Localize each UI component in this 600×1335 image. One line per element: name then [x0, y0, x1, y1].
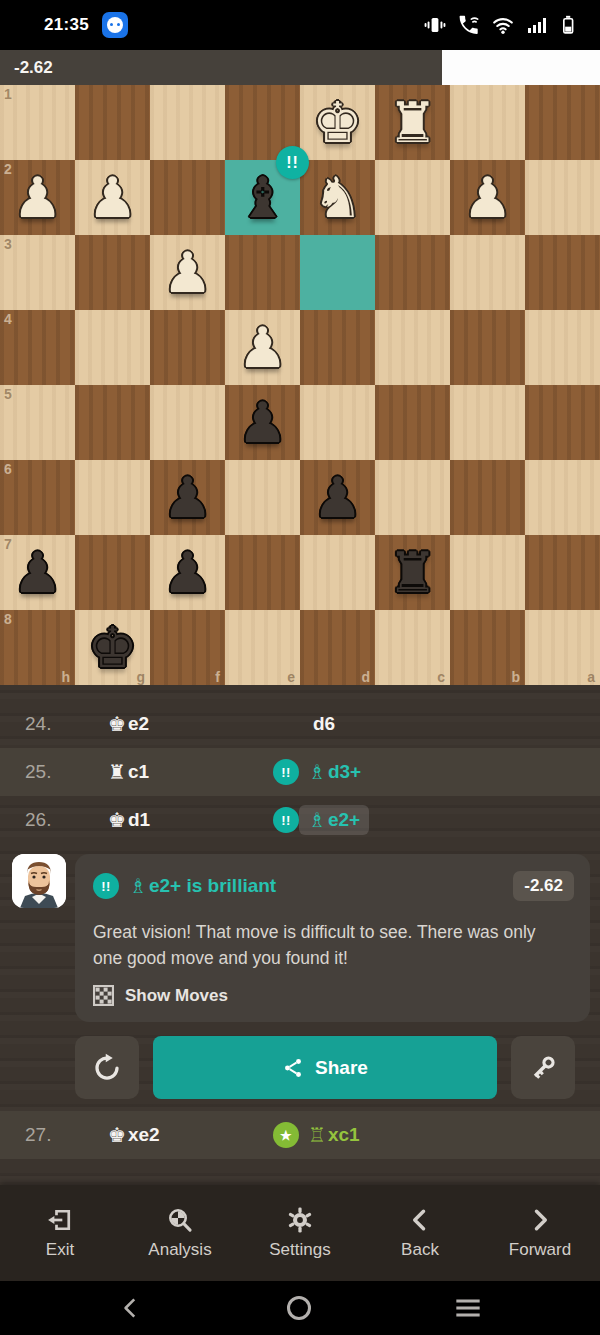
square-a2[interactable] — [525, 160, 600, 235]
square-b2[interactable]: ♟ — [450, 160, 525, 235]
file-label: f — [215, 669, 220, 685]
piece-wN-d2[interactable]: ♞ — [312, 170, 362, 226]
square-h5[interactable]: 5 — [0, 385, 75, 460]
square-h6[interactable]: 6 — [0, 460, 75, 535]
white-move[interactable]: ♚xe2 — [108, 1123, 160, 1147]
rank-label: 8 — [4, 611, 12, 627]
brilliant-badge: !! — [93, 873, 119, 899]
square-h4[interactable]: 4 — [0, 310, 75, 385]
piece-wK-d1[interactable]: ♚ — [312, 95, 362, 151]
square-e7[interactable] — [225, 535, 300, 610]
square-h8[interactable]: 8h — [0, 610, 75, 685]
piece-wP-f3[interactable]: ♟ — [162, 245, 212, 301]
piece-bR-c7[interactable]: ♜ — [387, 545, 437, 601]
brilliant-move-badge: !! — [273, 807, 299, 833]
square-e5[interactable]: ♟ — [225, 385, 300, 460]
move-row-26: 26.♚d1!!♗e2+ — [0, 796, 600, 844]
square-c6[interactable] — [375, 460, 450, 535]
piece-bB-e2[interactable]: ♝ — [237, 170, 287, 226]
app-icon — [102, 12, 128, 38]
move-number: 26. — [25, 809, 51, 831]
action-buttons: Share — [0, 1036, 600, 1099]
white-move[interactable]: ♜c1 — [108, 760, 149, 784]
square-c8[interactable]: c — [375, 610, 450, 685]
square-f7[interactable]: ♟ — [150, 535, 225, 610]
move-row-24: 24.♚e2d6 — [0, 700, 600, 748]
android-nav — [0, 1281, 600, 1335]
square-d1[interactable]: ♚ — [300, 85, 375, 160]
file-label: b — [511, 669, 520, 685]
square-e4[interactable]: ♟ — [225, 310, 300, 385]
rank-label: 1 — [4, 86, 12, 102]
black-move[interactable]: ★♖xc1 — [273, 1122, 360, 1148]
square-g2[interactable]: ♟ — [75, 160, 150, 235]
square-g8[interactable]: g♚ — [75, 610, 150, 685]
nav-item-back[interactable]: Back — [360, 1185, 480, 1281]
square-a1[interactable] — [525, 85, 600, 160]
analysis-headline: ♗e2+ is brilliant — [129, 874, 276, 898]
square-d8[interactable]: d — [300, 610, 375, 685]
square-h2[interactable]: 2♟ — [0, 160, 75, 235]
piece-wP-g2[interactable]: ♟ — [87, 170, 137, 226]
square-f2[interactable] — [150, 160, 225, 235]
square-f3[interactable]: ♟ — [150, 235, 225, 310]
rank-label: 4 — [4, 311, 12, 327]
square-f8[interactable]: f — [150, 610, 225, 685]
move-row-27: 27.♚xe2★♖xc1 — [0, 1111, 600, 1159]
analysis-comment: Great vision! That move is difficult to … — [93, 919, 567, 971]
evaluation-chip: -2.62 — [513, 871, 574, 901]
square-b5[interactable] — [450, 385, 525, 460]
android-home-icon[interactable] — [285, 1294, 313, 1322]
evaluation-white-segment — [442, 50, 600, 85]
back-icon — [406, 1206, 434, 1234]
exit-icon — [46, 1206, 74, 1234]
piece-wP-h2[interactable]: ♟ — [12, 170, 62, 226]
square-g1[interactable] — [75, 85, 150, 160]
share-icon — [282, 1057, 304, 1079]
black-move[interactable]: !!♗e2+ — [273, 807, 360, 833]
square-g3[interactable] — [75, 235, 150, 310]
square-b3[interactable] — [450, 235, 525, 310]
square-e3[interactable] — [225, 235, 300, 310]
white-move[interactable]: ♚d1 — [108, 808, 150, 832]
rank-label: 6 — [4, 461, 12, 477]
key-button[interactable] — [511, 1036, 575, 1099]
square-a4[interactable] — [525, 310, 600, 385]
nav-item-exit[interactable]: Exit — [0, 1185, 120, 1281]
square-c1[interactable]: ♜ — [375, 85, 450, 160]
status-icons — [423, 12, 578, 38]
vibrate-icon — [423, 13, 447, 37]
file-label: g — [136, 669, 145, 685]
square-e6[interactable] — [225, 460, 300, 535]
square-g4[interactable] — [75, 310, 150, 385]
android-back-icon[interactable] — [118, 1295, 144, 1321]
share-button[interactable]: Share — [153, 1036, 497, 1099]
app-screen: 21:35 -2.62 1♚♜2♟♟♝♞♟3♟4♟5♟6♟♟7♟♟♜8hg♚fe… — [0, 0, 600, 1335]
square-g6[interactable] — [75, 460, 150, 535]
square-d6[interactable]: ♟ — [300, 460, 375, 535]
square-c3[interactable] — [375, 235, 450, 310]
show-moves-button[interactable]: Show Moves — [93, 985, 574, 1006]
square-h3[interactable]: 3 — [0, 235, 75, 310]
evaluation-bar: -2.62 — [0, 50, 600, 85]
square-b4[interactable] — [450, 310, 525, 385]
analysis-panel: !! ♗e2+ is brilliant -2.62 Great vision!… — [0, 854, 600, 1022]
square-b7[interactable] — [450, 535, 525, 610]
nav-item-settings[interactable]: Settings — [240, 1185, 360, 1281]
square-a6[interactable] — [525, 460, 600, 535]
square-c5[interactable] — [375, 385, 450, 460]
bishop-figurine: ♗ — [129, 874, 147, 898]
status-bar: 21:35 — [0, 0, 600, 50]
key-icon — [528, 1053, 558, 1083]
white-move[interactable]: ♚e2 — [108, 712, 149, 736]
file-label: a — [587, 669, 595, 685]
piece-bP-h7[interactable]: ♟ — [12, 545, 62, 601]
piece-bP-d6[interactable]: ♟ — [312, 470, 362, 526]
file-label: h — [61, 669, 70, 685]
piece-wP-e4[interactable]: ♟ — [237, 320, 287, 376]
move-row-27-slot: 27.♚xe2★♖xc1 — [0, 1111, 600, 1159]
bottom-nav: Exit Analysis Settings Back Forward — [0, 1185, 600, 1281]
square-h1[interactable]: 1 — [0, 85, 75, 160]
board: 1♚♜2♟♟♝♞♟3♟4♟5♟6♟♟7♟♟♜8hg♚fedcba!! — [0, 85, 600, 685]
android-menu-icon[interactable] — [454, 1294, 482, 1322]
nav-item-analysis[interactable]: Analysis — [120, 1185, 240, 1281]
rank-label: 3 — [4, 236, 12, 252]
move-number: 25. — [25, 761, 51, 783]
square-f1[interactable] — [150, 85, 225, 160]
square-a3[interactable] — [525, 235, 600, 310]
file-label: d — [361, 669, 370, 685]
square-a7[interactable] — [525, 535, 600, 610]
avatar[interactable] — [12, 854, 66, 908]
move-number: 27. — [25, 1124, 51, 1146]
forward-icon — [526, 1206, 554, 1234]
square-g7[interactable] — [75, 535, 150, 610]
analysis-header: !! ♗e2+ is brilliant -2.62 — [93, 871, 574, 901]
move-row-25: 25.♜c1!!♗d3+ — [0, 748, 600, 796]
signal-icon — [525, 13, 549, 37]
battery-icon — [558, 12, 578, 38]
share-label: Share — [315, 1057, 368, 1079]
square-h7[interactable]: 7♟ — [0, 535, 75, 610]
wifi-calling-icon — [456, 13, 481, 37]
black-move[interactable]: d6 — [273, 713, 335, 735]
move-number: 24. — [25, 713, 51, 735]
square-f4[interactable] — [150, 310, 225, 385]
piece-wR-c1[interactable]: ♜ — [387, 95, 437, 151]
square-c7[interactable]: ♜ — [375, 535, 450, 610]
square-d3[interactable] — [300, 235, 375, 310]
square-g5[interactable] — [75, 385, 150, 460]
analysis-icon — [166, 1206, 194, 1234]
settings-icon — [286, 1206, 314, 1234]
show-moves-label: Show Moves — [125, 986, 228, 1006]
square-d2[interactable]: ♞ — [300, 160, 375, 235]
square-d7[interactable] — [300, 535, 375, 610]
square-a5[interactable] — [525, 385, 600, 460]
square-f5[interactable] — [150, 385, 225, 460]
square-b8[interactable]: b — [450, 610, 525, 685]
square-f6[interactable]: ♟ — [150, 460, 225, 535]
rank-label: 2 — [4, 161, 12, 177]
piece-bP-f7[interactable]: ♟ — [162, 545, 212, 601]
square-a8[interactable]: a — [525, 610, 600, 685]
analysis-bubble: !! ♗e2+ is brilliant -2.62 Great vision!… — [75, 854, 590, 1022]
board-brilliant-badge: !! — [276, 146, 309, 179]
piece-bP-e5[interactable]: ♟ — [237, 395, 287, 451]
piece-wP-b2[interactable]: ♟ — [462, 170, 512, 226]
piece-bP-f6[interactable]: ♟ — [162, 470, 212, 526]
board-icon — [93, 985, 114, 1006]
retry-button[interactable] — [75, 1036, 139, 1099]
best-move-badge: ★ — [273, 1122, 299, 1148]
square-c4[interactable] — [375, 310, 450, 385]
black-move[interactable]: !!♗d3+ — [273, 759, 361, 785]
file-label: e — [287, 669, 295, 685]
file-label: c — [437, 669, 445, 685]
square-d5[interactable] — [300, 385, 375, 460]
move-list: 24.♚e2d625.♜c1!!♗d3+26.♚d1!!♗e2+ — [0, 700, 600, 844]
piece-bK-g8[interactable]: ♚ — [87, 620, 137, 676]
rank-label: 7 — [4, 536, 12, 552]
brilliant-move-badge: !! — [273, 759, 299, 785]
clock: 21:35 — [44, 15, 89, 35]
square-b6[interactable] — [450, 460, 525, 535]
evaluation-score: -2.62 — [14, 58, 53, 78]
square-d4[interactable] — [300, 310, 375, 385]
retry-icon — [92, 1053, 122, 1083]
wifi-icon — [490, 13, 516, 37]
square-e8[interactable]: e — [225, 610, 300, 685]
square-b1[interactable] — [450, 85, 525, 160]
nav-item-forward[interactable]: Forward — [480, 1185, 600, 1281]
square-c2[interactable] — [375, 160, 450, 235]
rank-label: 5 — [4, 386, 12, 402]
